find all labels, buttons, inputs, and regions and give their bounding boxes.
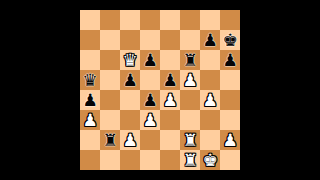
- square-f5: ♟: [180, 70, 200, 90]
- white-pawn: ♟: [182, 72, 197, 89]
- square-h5: [220, 70, 240, 90]
- black-pawn: ♟: [222, 52, 237, 69]
- square-b2: ♜: [100, 130, 120, 150]
- square-h4: [220, 90, 240, 110]
- black-king: ♚: [222, 32, 237, 49]
- white-pawn: ♟: [222, 132, 237, 149]
- black-pawn: ♟: [122, 72, 137, 89]
- square-b7: [100, 30, 120, 50]
- square-d2: [140, 130, 160, 150]
- square-a2: [80, 130, 100, 150]
- black-queen: ♛: [82, 72, 97, 89]
- black-pawn: ♟: [142, 92, 157, 109]
- black-pawn: ♟: [82, 92, 97, 109]
- square-g5: [200, 70, 220, 90]
- white-rook: ♜: [182, 132, 197, 149]
- square-h2: ♟: [220, 130, 240, 150]
- square-f1: ♜: [180, 150, 200, 170]
- square-a4: ♟: [80, 90, 100, 110]
- square-e5: ♟: [160, 70, 180, 90]
- square-c2: ♟: [120, 130, 140, 150]
- white-pawn: ♟: [202, 92, 217, 109]
- square-e8: [160, 10, 180, 30]
- square-g2: [200, 130, 220, 150]
- white-queen: ♛: [122, 52, 137, 69]
- square-f6: ♜: [180, 50, 200, 70]
- black-rook: ♜: [102, 132, 117, 149]
- square-g6: [200, 50, 220, 70]
- square-f7: [180, 30, 200, 50]
- square-a6: [80, 50, 100, 70]
- square-e4: ♟: [160, 90, 180, 110]
- square-b6: [100, 50, 120, 70]
- square-f8: [180, 10, 200, 30]
- square-b1: [100, 150, 120, 170]
- square-b8: [100, 10, 120, 30]
- square-g3: [200, 110, 220, 130]
- chess-board: ♟♚♛♟♜♟♛♟♟♟♟♟♟♟♟♟♜♟♜♟♜♚: [80, 10, 240, 170]
- square-d4: ♟: [140, 90, 160, 110]
- square-a1: [80, 150, 100, 170]
- square-c1: [120, 150, 140, 170]
- white-pawn: ♟: [162, 92, 177, 109]
- letterbox-background: ♟♚♛♟♜♟♛♟♟♟♟♟♟♟♟♟♜♟♜♟♜♚: [0, 0, 320, 180]
- white-pawn: ♟: [82, 112, 97, 129]
- square-a5: ♛: [80, 70, 100, 90]
- square-c6: ♛: [120, 50, 140, 70]
- square-b4: [100, 90, 120, 110]
- square-a8: [80, 10, 100, 30]
- square-h1: [220, 150, 240, 170]
- white-pawn: ♟: [122, 132, 137, 149]
- square-d1: [140, 150, 160, 170]
- square-g7: ♟: [200, 30, 220, 50]
- white-pawn: ♟: [142, 112, 157, 129]
- square-f3: [180, 110, 200, 130]
- square-c8: [120, 10, 140, 30]
- black-pawn: ♟: [162, 72, 177, 89]
- square-c7: [120, 30, 140, 50]
- square-c3: [120, 110, 140, 130]
- square-g4: ♟: [200, 90, 220, 110]
- square-c4: [120, 90, 140, 110]
- square-g1: ♚: [200, 150, 220, 170]
- square-d5: [140, 70, 160, 90]
- square-h7: ♚: [220, 30, 240, 50]
- square-e3: [160, 110, 180, 130]
- black-pawn: ♟: [202, 32, 217, 49]
- square-d7: [140, 30, 160, 50]
- square-e7: [160, 30, 180, 50]
- square-b5: [100, 70, 120, 90]
- square-d8: [140, 10, 160, 30]
- black-rook: ♜: [182, 52, 197, 69]
- square-f4: [180, 90, 200, 110]
- square-g8: [200, 10, 220, 30]
- square-d3: ♟: [140, 110, 160, 130]
- square-b3: [100, 110, 120, 130]
- square-a7: [80, 30, 100, 50]
- square-e1: [160, 150, 180, 170]
- square-e6: [160, 50, 180, 70]
- square-e2: [160, 130, 180, 150]
- square-a3: ♟: [80, 110, 100, 130]
- square-h3: [220, 110, 240, 130]
- white-rook: ♜: [182, 152, 197, 169]
- square-f2: ♜: [180, 130, 200, 150]
- white-king: ♚: [202, 152, 217, 169]
- square-h6: ♟: [220, 50, 240, 70]
- black-pawn: ♟: [142, 52, 157, 69]
- square-c5: ♟: [120, 70, 140, 90]
- square-d6: ♟: [140, 50, 160, 70]
- square-h8: [220, 10, 240, 30]
